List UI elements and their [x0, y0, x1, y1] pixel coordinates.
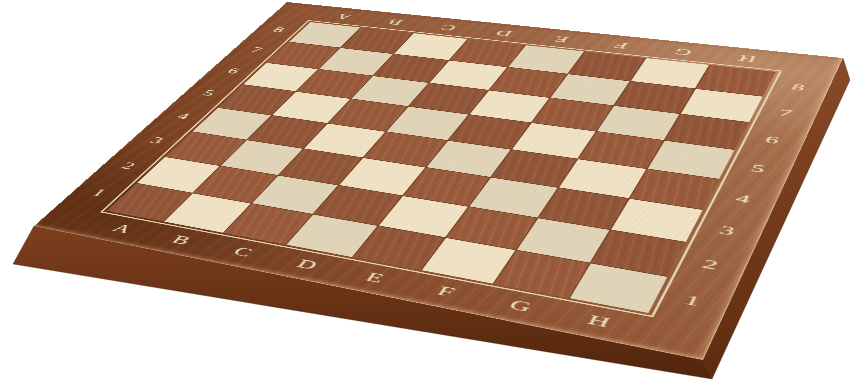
- product-photo-stage: ABCDEFGH ABCDEFGH 87654321 87654321: [0, 0, 850, 390]
